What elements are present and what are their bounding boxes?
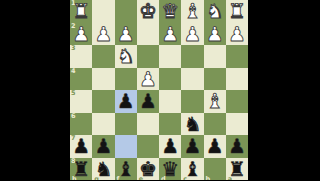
square-h5[interactable]: 5 bbox=[70, 90, 92, 113]
white-knight[interactable]: ♞ bbox=[117, 46, 135, 66]
square-d6[interactable] bbox=[159, 113, 181, 136]
square-f1[interactable] bbox=[115, 0, 137, 23]
square-c3[interactable] bbox=[181, 45, 203, 68]
square-f3[interactable]: ♞ bbox=[115, 45, 137, 68]
black-pawn[interactable]: ♟ bbox=[206, 136, 224, 156]
video-frame: 1♜♚♛♝♞♜2♟♟♟♟♟♟♟3♞4♟5♟♟♝6♞7♟♟♟♟♟♟8h♜g♞f♝e… bbox=[0, 0, 320, 180]
square-c5[interactable] bbox=[181, 90, 203, 113]
square-c4[interactable] bbox=[181, 68, 203, 91]
white-knight[interactable]: ♞ bbox=[206, 1, 224, 21]
square-b4[interactable] bbox=[204, 68, 226, 91]
square-g2[interactable]: ♟ bbox=[92, 23, 114, 46]
white-pawn[interactable]: ♟ bbox=[206, 23, 224, 43]
black-knight[interactable]: ♞ bbox=[94, 158, 112, 178]
white-pawn[interactable]: ♟ bbox=[228, 23, 246, 43]
square-d2[interactable]: ♟ bbox=[159, 23, 181, 46]
square-f6[interactable] bbox=[115, 113, 137, 136]
black-bishop[interactable]: ♝ bbox=[117, 158, 135, 178]
right-black-bar bbox=[248, 0, 320, 180]
square-d3[interactable] bbox=[159, 45, 181, 68]
square-e2[interactable] bbox=[137, 23, 159, 46]
square-d4[interactable] bbox=[159, 68, 181, 91]
square-f5[interactable]: ♟ bbox=[115, 90, 137, 113]
white-pawn[interactable]: ♟ bbox=[139, 68, 157, 88]
black-pawn[interactable]: ♟ bbox=[139, 91, 157, 111]
square-f4[interactable] bbox=[115, 68, 137, 91]
square-d8[interactable]: d♛ bbox=[159, 158, 181, 181]
white-pawn[interactable]: ♟ bbox=[72, 23, 90, 43]
square-f8[interactable]: f♝ bbox=[115, 158, 137, 181]
square-g7[interactable]: ♟ bbox=[92, 135, 114, 158]
square-e5[interactable]: ♟ bbox=[137, 90, 159, 113]
square-b7[interactable]: ♟ bbox=[204, 135, 226, 158]
black-king[interactable]: ♚ bbox=[139, 158, 157, 178]
square-h6[interactable]: 6 bbox=[70, 113, 92, 136]
square-g6[interactable] bbox=[92, 113, 114, 136]
square-b3[interactable] bbox=[204, 45, 226, 68]
file-label-b: b bbox=[206, 176, 211, 180]
white-queen[interactable]: ♛ bbox=[161, 1, 179, 21]
black-queen[interactable]: ♛ bbox=[161, 158, 179, 178]
rank-label-3: 3 bbox=[71, 45, 76, 52]
left-black-bar bbox=[0, 0, 70, 180]
chess-board[interactable]: 1♜♚♛♝♞♜2♟♟♟♟♟♟♟3♞4♟5♟♟♝6♞7♟♟♟♟♟♟8h♜g♞f♝e… bbox=[70, 0, 248, 180]
square-h4[interactable]: 4 bbox=[70, 68, 92, 91]
square-h7[interactable]: 7♟ bbox=[70, 135, 92, 158]
square-f2[interactable]: ♟ bbox=[115, 23, 137, 46]
square-b6[interactable] bbox=[204, 113, 226, 136]
square-g5[interactable] bbox=[92, 90, 114, 113]
white-pawn[interactable]: ♟ bbox=[161, 23, 179, 43]
white-bishop[interactable]: ♝ bbox=[183, 1, 201, 21]
square-e1[interactable]: ♚ bbox=[137, 0, 159, 23]
square-c8[interactable]: c♝ bbox=[181, 158, 203, 181]
square-a5[interactable] bbox=[226, 90, 248, 113]
square-g4[interactable] bbox=[92, 68, 114, 91]
square-h8[interactable]: 8h♜ bbox=[70, 158, 92, 181]
white-rook[interactable]: ♜ bbox=[228, 1, 246, 21]
square-c2[interactable]: ♟ bbox=[181, 23, 203, 46]
black-bishop[interactable]: ♝ bbox=[183, 158, 201, 178]
black-pawn[interactable]: ♟ bbox=[228, 136, 246, 156]
square-c1[interactable]: ♝ bbox=[181, 0, 203, 23]
square-a1[interactable]: ♜ bbox=[226, 0, 248, 23]
rank-label-6: 6 bbox=[71, 113, 76, 120]
square-b5[interactable]: ♝ bbox=[204, 90, 226, 113]
square-h2[interactable]: 2♟ bbox=[70, 23, 92, 46]
square-e8[interactable]: e♚ bbox=[137, 158, 159, 181]
black-pawn[interactable]: ♟ bbox=[72, 136, 90, 156]
square-a7[interactable]: ♟ bbox=[226, 135, 248, 158]
square-b1[interactable]: ♞ bbox=[204, 0, 226, 23]
black-pawn[interactable]: ♟ bbox=[117, 91, 135, 111]
square-d1[interactable]: ♛ bbox=[159, 0, 181, 23]
black-rook[interactable]: ♜ bbox=[228, 158, 246, 178]
square-f7[interactable] bbox=[115, 135, 137, 158]
black-pawn[interactable]: ♟ bbox=[183, 136, 201, 156]
square-c7[interactable]: ♟ bbox=[181, 135, 203, 158]
square-d7[interactable]: ♟ bbox=[159, 135, 181, 158]
square-g1[interactable] bbox=[92, 0, 114, 23]
square-c6[interactable]: ♞ bbox=[181, 113, 203, 136]
square-g8[interactable]: g♞ bbox=[92, 158, 114, 181]
black-rook[interactable]: ♜ bbox=[72, 158, 90, 178]
square-e4[interactable]: ♟ bbox=[137, 68, 159, 91]
square-a8[interactable]: a♜ bbox=[226, 158, 248, 181]
black-pawn[interactable]: ♟ bbox=[161, 136, 179, 156]
square-e6[interactable] bbox=[137, 113, 159, 136]
square-e7[interactable] bbox=[137, 135, 159, 158]
square-g3[interactable] bbox=[92, 45, 114, 68]
square-a4[interactable] bbox=[226, 68, 248, 91]
square-a3[interactable] bbox=[226, 45, 248, 68]
white-bishop[interactable]: ♝ bbox=[206, 91, 224, 111]
white-rook[interactable]: ♜ bbox=[72, 1, 90, 21]
black-knight[interactable]: ♞ bbox=[183, 113, 201, 133]
white-pawn[interactable]: ♟ bbox=[94, 23, 112, 43]
white-king[interactable]: ♚ bbox=[139, 1, 157, 21]
square-d5[interactable] bbox=[159, 90, 181, 113]
square-h1[interactable]: 1♜ bbox=[70, 0, 92, 23]
black-pawn[interactable]: ♟ bbox=[94, 136, 112, 156]
square-h3[interactable]: 3 bbox=[70, 45, 92, 68]
square-a2[interactable]: ♟ bbox=[226, 23, 248, 46]
square-a6[interactable] bbox=[226, 113, 248, 136]
square-b8[interactable]: b bbox=[204, 158, 226, 181]
square-e3[interactable] bbox=[137, 45, 159, 68]
rank-label-5: 5 bbox=[71, 90, 76, 97]
square-b2[interactable]: ♟ bbox=[204, 23, 226, 46]
rank-label-4: 4 bbox=[71, 68, 76, 75]
white-pawn[interactable]: ♟ bbox=[183, 23, 201, 43]
white-pawn[interactable]: ♟ bbox=[117, 23, 135, 43]
